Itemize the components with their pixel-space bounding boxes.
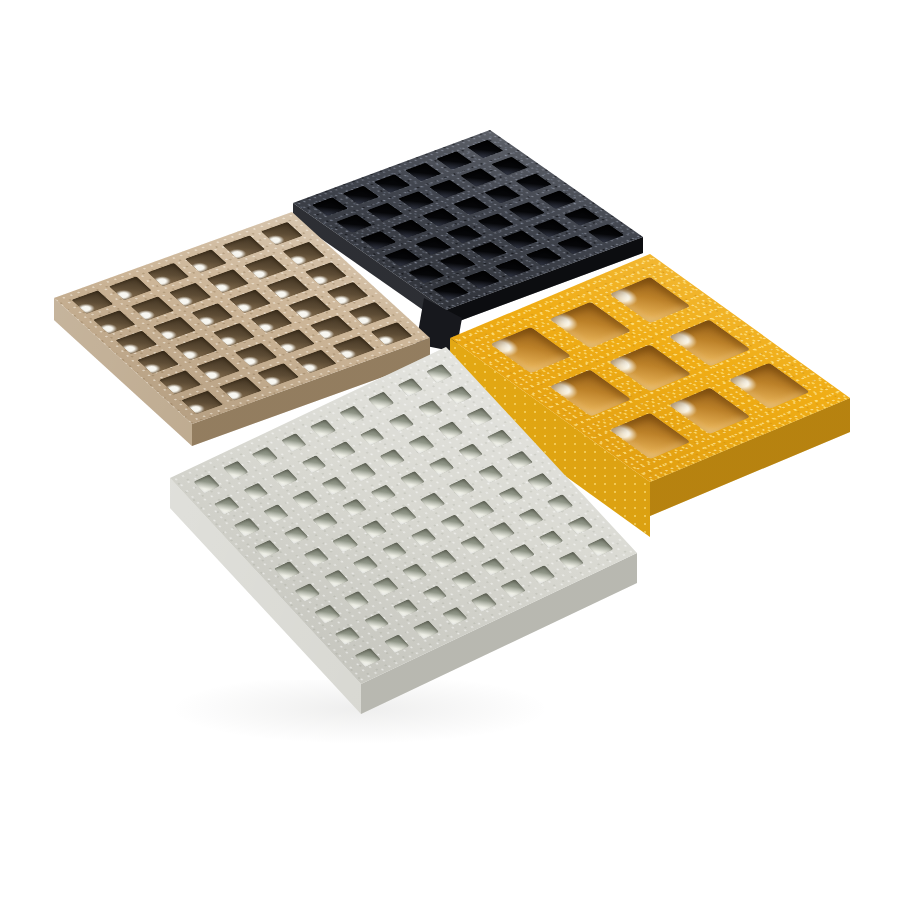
grating-hole [440, 514, 466, 533]
grating-hole [402, 563, 428, 582]
grating-hole [274, 561, 300, 580]
grating-hole [341, 498, 367, 517]
grating-hole [471, 593, 497, 612]
grating-hole [559, 552, 585, 571]
grating-hole [303, 548, 329, 567]
grating-hole [370, 484, 396, 503]
grating-hole [384, 635, 410, 654]
grating-hole [359, 427, 385, 446]
grating-hole [334, 627, 360, 646]
grating-hole [382, 542, 408, 561]
grating-hole [500, 579, 526, 598]
grating-hole [222, 461, 248, 480]
grating-hole [467, 407, 493, 426]
grating-hole [393, 599, 419, 618]
grating-hole [352, 556, 378, 575]
grating-hole [478, 465, 504, 484]
grating-hole [480, 558, 506, 577]
grating-hole [263, 504, 289, 523]
grating-hole [339, 405, 365, 424]
grating-hole [388, 413, 414, 432]
grating-hole [214, 496, 240, 515]
grating-hole [431, 550, 457, 569]
grating-hole [509, 544, 535, 563]
grating-hole [413, 621, 439, 640]
grating-hole [426, 364, 452, 383]
grating-hole [323, 569, 349, 588]
tile-top-face [170, 347, 637, 684]
grating-hole [283, 526, 309, 545]
grating-hole [498, 486, 524, 505]
grating-hole [272, 469, 298, 488]
grating-hole [420, 492, 446, 511]
grating-hole [364, 613, 390, 632]
grating-hole [458, 443, 484, 462]
grating-hole [254, 540, 280, 559]
grating-hole [399, 471, 425, 490]
grating-hole [373, 577, 399, 596]
grating-hole [330, 441, 356, 460]
grating-hole [234, 518, 260, 537]
grating-hole [451, 571, 477, 590]
grating-hole [343, 591, 369, 610]
grating-hole [518, 508, 544, 527]
grating-hole [321, 476, 347, 495]
grating-hole [429, 457, 455, 476]
grating-hole [310, 419, 336, 438]
grating-hole [588, 538, 614, 557]
grating-hole [379, 449, 405, 468]
grating-hole [312, 512, 338, 531]
grating-hole [460, 536, 486, 555]
grating-hole [487, 429, 513, 448]
grating-hole [422, 585, 448, 604]
grating-hole [527, 473, 553, 492]
grating-hole [361, 520, 387, 539]
grating-hole [252, 447, 278, 466]
grating-tile-light-gray [0, 0, 900, 900]
grating-hole [292, 490, 318, 509]
grating-hole [507, 451, 533, 470]
grating-hole [449, 478, 475, 497]
grating-hole [489, 522, 515, 541]
grating-hole [368, 392, 394, 411]
grating-hole [529, 565, 555, 584]
grating-hole [243, 482, 269, 501]
grating-hole [281, 433, 307, 452]
grating-hole [355, 648, 381, 667]
grating-hole [193, 474, 219, 493]
grating-hole [397, 378, 423, 397]
grating-hole [314, 605, 340, 624]
grating-hole [538, 530, 564, 549]
grating-hole [447, 386, 473, 405]
grating-hole [350, 463, 376, 482]
grating-hole [417, 399, 443, 418]
grating-hole [469, 500, 495, 519]
grating-hole [391, 506, 417, 525]
product-photo-canvas [0, 0, 900, 900]
grating-hole [408, 435, 434, 454]
grating-hole [442, 607, 468, 626]
grating-hole [568, 516, 594, 535]
grating-hole [294, 583, 320, 602]
grating-hole [332, 534, 358, 553]
grating-hole [547, 494, 573, 513]
grating-hole [438, 421, 464, 440]
grating-hole [411, 528, 437, 547]
grating-hole [301, 455, 327, 474]
